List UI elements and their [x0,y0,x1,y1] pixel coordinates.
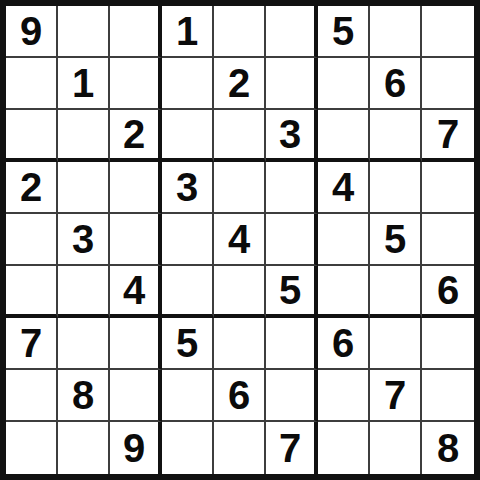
cell-r6c7[interactable] [318,266,370,318]
cell-r4c8[interactable] [370,162,422,214]
cell-r2c6[interactable] [266,58,318,110]
cell-r7c7[interactable]: 6 [318,318,370,370]
cell-r5c4[interactable] [162,214,214,266]
cell-r8c7[interactable] [318,370,370,422]
cell-r1c3[interactable] [110,6,162,58]
cell-r8c6[interactable] [266,370,318,422]
cell-r9c6[interactable]: 7 [266,422,318,474]
cell-r9c9[interactable]: 8 [422,422,474,474]
cell-r5c3[interactable] [110,214,162,266]
cell-r3c6[interactable]: 3 [266,110,318,162]
cell-r2c5[interactable]: 2 [214,58,266,110]
cell-r8c9[interactable] [422,370,474,422]
cell-r8c8[interactable]: 7 [370,370,422,422]
cell-r7c9[interactable] [422,318,474,370]
cell-r7c3[interactable] [110,318,162,370]
cell-r4c1[interactable]: 2 [6,162,58,214]
cell-r6c5[interactable] [214,266,266,318]
cell-r3c2[interactable] [58,110,110,162]
cell-r3c4[interactable] [162,110,214,162]
cell-r2c9[interactable] [422,58,474,110]
cell-r9c7[interactable] [318,422,370,474]
cell-r5c2[interactable]: 3 [58,214,110,266]
cell-r3c5[interactable] [214,110,266,162]
cell-r9c1[interactable] [6,422,58,474]
cell-r9c4[interactable] [162,422,214,474]
cell-r4c9[interactable] [422,162,474,214]
cell-r1c1[interactable]: 9 [6,6,58,58]
cell-r3c1[interactable] [6,110,58,162]
cell-r4c7[interactable]: 4 [318,162,370,214]
cell-r7c1[interactable]: 7 [6,318,58,370]
cell-r1c8[interactable] [370,6,422,58]
cell-r9c3[interactable]: 9 [110,422,162,474]
cell-r7c6[interactable] [266,318,318,370]
cell-r5c9[interactable] [422,214,474,266]
cell-r1c4[interactable]: 1 [162,6,214,58]
cell-r5c6[interactable] [266,214,318,266]
cell-r4c4[interactable]: 3 [162,162,214,214]
cell-r6c3[interactable]: 4 [110,266,162,318]
cell-r8c4[interactable] [162,370,214,422]
cell-r1c5[interactable] [214,6,266,58]
cell-r8c2[interactable]: 8 [58,370,110,422]
cell-r3c7[interactable] [318,110,370,162]
cell-r8c1[interactable] [6,370,58,422]
cell-r2c4[interactable] [162,58,214,110]
cell-r2c1[interactable] [6,58,58,110]
cell-r6c4[interactable] [162,266,214,318]
cell-r2c8[interactable]: 6 [370,58,422,110]
cell-r2c2[interactable]: 1 [58,58,110,110]
cell-r7c4[interactable]: 5 [162,318,214,370]
cell-r8c5[interactable]: 6 [214,370,266,422]
cell-r2c7[interactable] [318,58,370,110]
cell-r9c2[interactable] [58,422,110,474]
cell-r5c5[interactable]: 4 [214,214,266,266]
cell-r3c8[interactable] [370,110,422,162]
cell-r1c7[interactable]: 5 [318,6,370,58]
cell-r6c9[interactable]: 6 [422,266,474,318]
cell-r5c1[interactable] [6,214,58,266]
cell-r6c1[interactable] [6,266,58,318]
cell-r8c3[interactable] [110,370,162,422]
cell-r4c6[interactable] [266,162,318,214]
cell-r7c5[interactable] [214,318,266,370]
cell-r7c8[interactable] [370,318,422,370]
cell-r6c8[interactable] [370,266,422,318]
cell-r1c2[interactable] [58,6,110,58]
cell-r4c2[interactable] [58,162,110,214]
cell-r5c7[interactable] [318,214,370,266]
cell-r6c6[interactable]: 5 [266,266,318,318]
cell-r3c9[interactable]: 7 [422,110,474,162]
cell-r7c2[interactable] [58,318,110,370]
cell-r9c5[interactable] [214,422,266,474]
cell-r3c3[interactable]: 2 [110,110,162,162]
cell-r1c9[interactable] [422,6,474,58]
cell-r4c3[interactable] [110,162,162,214]
cell-r9c8[interactable] [370,422,422,474]
cell-r1c6[interactable] [266,6,318,58]
cell-r5c8[interactable]: 5 [370,214,422,266]
cell-r4c5[interactable] [214,162,266,214]
cell-r2c3[interactable] [110,58,162,110]
cell-r6c2[interactable] [58,266,110,318]
sudoku-board: 915126237234345456756867978 [0,0,480,480]
